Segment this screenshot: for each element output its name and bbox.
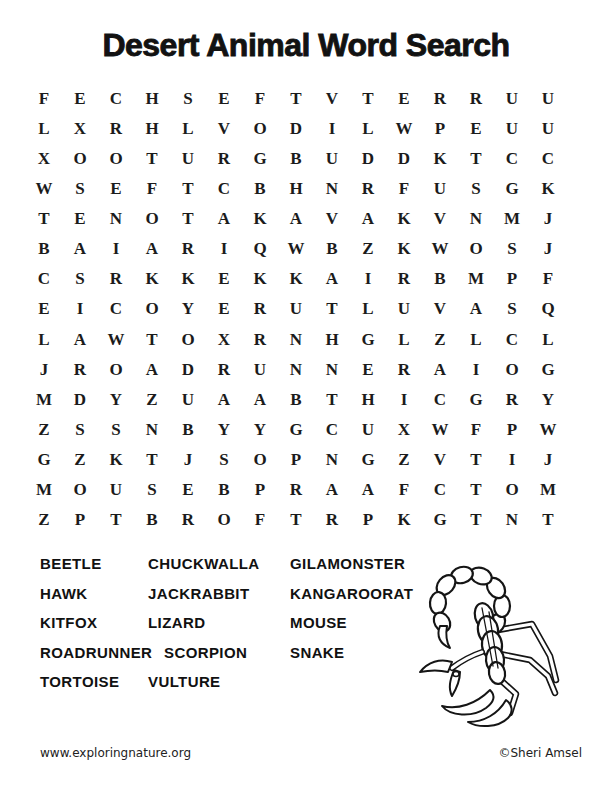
grid-cell: R <box>278 475 314 505</box>
grid-cell: N <box>314 354 350 384</box>
grid-cell: C <box>494 143 530 173</box>
grid-cell: U <box>530 83 566 113</box>
word-list-item: SCORPION <box>148 638 290 668</box>
grid-cell: K <box>98 445 134 475</box>
word-list-item: HAWK <box>40 579 148 609</box>
grid-cell: F <box>134 173 170 203</box>
grid-cell: M <box>26 384 62 414</box>
grid-cell: S <box>98 414 134 444</box>
grid-cell: V <box>422 294 458 324</box>
grid-cell: F <box>386 173 422 203</box>
grid-cell: L <box>26 113 62 143</box>
grid-cell: S <box>62 414 98 444</box>
grid-cell: N <box>278 324 314 354</box>
grid-cell: H <box>314 324 350 354</box>
grid-cell: M <box>26 475 62 505</box>
grid-cell: I <box>350 264 386 294</box>
grid-cell: H <box>134 113 170 143</box>
grid-cell: E <box>98 173 134 203</box>
grid-cell: C <box>422 475 458 505</box>
grid-cell: D <box>350 143 386 173</box>
grid-cell: C <box>422 384 458 414</box>
grid-cell: Y <box>170 294 206 324</box>
grid-cell: R <box>242 294 278 324</box>
grid-cell: U <box>422 173 458 203</box>
grid-cell: A <box>278 204 314 234</box>
grid-cell: C <box>494 324 530 354</box>
grid-cell: T <box>350 83 386 113</box>
grid-cell: A <box>242 384 278 414</box>
grid-cell: R <box>170 234 206 264</box>
grid-cell: R <box>242 324 278 354</box>
grid-cell: W <box>26 173 62 203</box>
word-list-item: JACKRABBIT <box>148 579 290 609</box>
grid-cell: T <box>134 324 170 354</box>
grid-cell: M <box>530 475 566 505</box>
grid-cell: U <box>494 83 530 113</box>
grid-cell: Z <box>422 324 458 354</box>
grid-cell: N <box>458 204 494 234</box>
grid-cell: P <box>494 264 530 294</box>
grid-cell: T <box>458 505 494 535</box>
grid-cell: V <box>314 204 350 234</box>
grid-cell: F <box>242 83 278 113</box>
grid-cell: W <box>386 113 422 143</box>
grid-cell: T <box>458 143 494 173</box>
grid-cell: U <box>350 414 386 444</box>
grid-cell: D <box>386 143 422 173</box>
grid-cell: P <box>494 414 530 444</box>
grid-cell: F <box>242 505 278 535</box>
grid-cell: C <box>314 414 350 444</box>
word-list-item: BEETLE <box>40 549 148 579</box>
grid-cell: O <box>134 294 170 324</box>
grid-cell: E <box>62 204 98 234</box>
grid-cell: G <box>242 143 278 173</box>
grid-cell: B <box>134 505 170 535</box>
grid-cell: R <box>206 143 242 173</box>
grid-cell: P <box>422 113 458 143</box>
grid-cell: G <box>350 324 386 354</box>
grid-cell: J <box>530 204 566 234</box>
grid-cell: O <box>62 143 98 173</box>
grid-cell: O <box>134 204 170 234</box>
grid-cell: T <box>458 445 494 475</box>
grid-cell: X <box>386 414 422 444</box>
grid-cell: V <box>422 445 458 475</box>
grid-cell: A <box>206 384 242 414</box>
grid-cell: Y <box>98 384 134 414</box>
grid-cell: Y <box>206 414 242 444</box>
grid-cell: M <box>494 204 530 234</box>
grid-cell: O <box>458 234 494 264</box>
grid-cell: K <box>242 264 278 294</box>
grid-cell: X <box>26 143 62 173</box>
grid-cell: U <box>494 113 530 143</box>
grid-cell: Z <box>134 384 170 414</box>
grid-cell: N <box>314 173 350 203</box>
grid-cell: A <box>62 234 98 264</box>
grid-cell: K <box>134 264 170 294</box>
grid-cell: S <box>134 475 170 505</box>
word-list: BEETLECHUCKWALLAGILAMONSTERHAWKJACKRABBI… <box>40 549 460 697</box>
grid-cell: I <box>62 294 98 324</box>
grid-cell: K <box>530 173 566 203</box>
grid-cell: N <box>494 505 530 535</box>
grid-cell: G <box>278 414 314 444</box>
grid-cell: S <box>62 264 98 294</box>
grid-cell: R <box>494 384 530 414</box>
grid-cell: L <box>350 294 386 324</box>
grid-cell: B <box>242 173 278 203</box>
grid-cell: L <box>530 324 566 354</box>
grid-cell: R <box>422 83 458 113</box>
grid-cell: T <box>170 204 206 234</box>
grid-cell: R <box>386 354 422 384</box>
grid-cell: W <box>422 234 458 264</box>
grid-cell: Q <box>242 234 278 264</box>
grid-cell: T <box>134 143 170 173</box>
grid-cell: U <box>314 143 350 173</box>
grid-cell: R <box>314 505 350 535</box>
grid-cell: C <box>206 173 242 203</box>
grid-cell: A <box>206 204 242 234</box>
grid-cell: S <box>458 173 494 203</box>
grid-cell: S <box>62 173 98 203</box>
grid-cell: U <box>386 294 422 324</box>
grid-cell: W <box>278 234 314 264</box>
grid-cell: Z <box>386 445 422 475</box>
grid-cell: V <box>206 113 242 143</box>
grid-cell: B <box>26 234 62 264</box>
grid-cell: U <box>278 294 314 324</box>
grid-cell: K <box>386 204 422 234</box>
grid-cell: I <box>458 354 494 384</box>
grid-cell: W <box>98 324 134 354</box>
website-url: www.exploringnature.org <box>40 746 191 760</box>
grid-cell: C <box>98 294 134 324</box>
grid-cell: K <box>170 264 206 294</box>
grid-cell: C <box>530 143 566 173</box>
grid-cell: F <box>530 264 566 294</box>
grid-cell: O <box>494 475 530 505</box>
grid-cell: T <box>458 475 494 505</box>
grid-cell: L <box>458 324 494 354</box>
grid-cell: W <box>422 414 458 444</box>
grid-cell: S <box>170 83 206 113</box>
grid-cell: U <box>242 354 278 384</box>
grid-cell: B <box>278 384 314 414</box>
grid-cell: E <box>206 264 242 294</box>
grid-cell: S <box>206 445 242 475</box>
grid-cell: T <box>278 83 314 113</box>
grid-cell: O <box>242 113 278 143</box>
grid-cell: J <box>530 445 566 475</box>
grid-cell: I <box>494 445 530 475</box>
page-title: Desert Animal Word Search <box>0 27 612 64</box>
grid-cell: Z <box>26 505 62 535</box>
grid-cell: Y <box>530 384 566 414</box>
grid-cell: A <box>314 264 350 294</box>
grid-cell: A <box>314 475 350 505</box>
grid-cell: Z <box>350 234 386 264</box>
grid-cell: G <box>350 445 386 475</box>
grid-cell: O <box>98 143 134 173</box>
grid-cell: E <box>26 294 62 324</box>
grid-cell: E <box>206 294 242 324</box>
grid-cell: B <box>170 414 206 444</box>
grid-cell: Z <box>62 445 98 475</box>
word-list-item: ROADRUNNER <box>40 638 148 668</box>
grid-cell: L <box>350 113 386 143</box>
grid-cell: U <box>170 143 206 173</box>
grid-cell: D <box>62 384 98 414</box>
worksheet-page: Desert Animal Word Search FECHSEFTVTERRU… <box>0 0 612 792</box>
grid-cell: S <box>494 234 530 264</box>
grid-cell: N <box>134 414 170 444</box>
grid-cell: B <box>314 234 350 264</box>
grid-cell: P <box>62 505 98 535</box>
copyright: ©Sheri Amsel <box>498 746 582 760</box>
grid-cell: B <box>206 475 242 505</box>
grid-cell: N <box>314 445 350 475</box>
grid-cell: K <box>242 204 278 234</box>
grid-cell: F <box>386 475 422 505</box>
grid-cell: T <box>278 505 314 535</box>
grid-cell: T <box>170 173 206 203</box>
grid-cell: K <box>386 234 422 264</box>
word-search-grid: FECHSEFTVTERRUULXRHLVODILWPEUUXOOTURGBUD… <box>26 83 566 535</box>
grid-cell: L <box>386 324 422 354</box>
grid-cell: V <box>314 83 350 113</box>
grid-cell: S <box>494 294 530 324</box>
grid-cell: K <box>386 505 422 535</box>
grid-cell: H <box>350 384 386 414</box>
grid-cell: T <box>314 384 350 414</box>
grid-cell: M <box>458 264 494 294</box>
grid-cell: A <box>350 475 386 505</box>
grid-cell: O <box>494 354 530 384</box>
grid-cell: E <box>458 113 494 143</box>
grid-cell: B <box>422 264 458 294</box>
grid-cell: R <box>98 264 134 294</box>
grid-cell: T <box>134 445 170 475</box>
grid-cell: A <box>458 294 494 324</box>
word-list-item: LIZARD <box>148 608 290 638</box>
grid-cell: C <box>98 83 134 113</box>
grid-cell: R <box>458 83 494 113</box>
grid-cell: R <box>62 354 98 384</box>
grid-cell: P <box>242 475 278 505</box>
grid-cell: I <box>98 234 134 264</box>
grid-cell: O <box>206 505 242 535</box>
grid-cell: F <box>26 83 62 113</box>
grid-cell: D <box>170 354 206 384</box>
grid-cell: O <box>98 354 134 384</box>
grid-cell: C <box>26 264 62 294</box>
grid-cell: T <box>26 204 62 234</box>
grid-cell: G <box>530 354 566 384</box>
word-list-item: KITFOX <box>40 608 148 638</box>
grid-cell: G <box>494 173 530 203</box>
grid-cell: B <box>278 143 314 173</box>
grid-cell: L <box>170 113 206 143</box>
word-list-item: TORTOISE <box>40 667 148 697</box>
scorpion-pincer <box>420 652 482 696</box>
grid-cell: R <box>98 113 134 143</box>
grid-cell: V <box>422 204 458 234</box>
grid-cell: N <box>98 204 134 234</box>
word-list-item: VULTURE <box>148 667 290 697</box>
grid-cell: A <box>422 354 458 384</box>
grid-cell: A <box>134 354 170 384</box>
grid-cell: R <box>386 264 422 294</box>
scorpion-illustration <box>410 556 575 728</box>
grid-cell: K <box>278 264 314 294</box>
grid-cell: X <box>206 324 242 354</box>
grid-cell: T <box>530 505 566 535</box>
grid-cell: G <box>422 505 458 535</box>
grid-cell: W <box>530 414 566 444</box>
grid-cell: R <box>206 354 242 384</box>
grid-cell: U <box>98 475 134 505</box>
grid-cell: U <box>530 113 566 143</box>
grid-cell: R <box>170 505 206 535</box>
grid-cell: T <box>314 294 350 324</box>
grid-cell: D <box>278 113 314 143</box>
grid-cell: A <box>62 324 98 354</box>
grid-cell: H <box>134 83 170 113</box>
grid-cell: E <box>386 83 422 113</box>
grid-cell: E <box>170 475 206 505</box>
grid-cell: O <box>242 445 278 475</box>
grid-cell: L <box>26 324 62 354</box>
grid-cell: J <box>26 354 62 384</box>
grid-cell: E <box>206 83 242 113</box>
grid-cell: E <box>350 354 386 384</box>
grid-cell: E <box>62 83 98 113</box>
grid-cell: O <box>62 475 98 505</box>
grid-cell: H <box>278 173 314 203</box>
grid-cell: G <box>458 384 494 414</box>
grid-cell: N <box>278 354 314 384</box>
grid-cell: Q <box>530 294 566 324</box>
grid-cell: X <box>62 113 98 143</box>
grid-cell: I <box>206 234 242 264</box>
grid-cell: J <box>530 234 566 264</box>
grid-cell: Y <box>242 414 278 444</box>
grid-cell: P <box>278 445 314 475</box>
word-list-item: CHUCKWALLA <box>148 549 290 579</box>
grid-cell: T <box>98 505 134 535</box>
grid-cell: I <box>314 113 350 143</box>
grid-cell: A <box>350 204 386 234</box>
grid-cell: G <box>26 445 62 475</box>
grid-cell: P <box>350 505 386 535</box>
grid-cell: K <box>422 143 458 173</box>
grid-cell: U <box>170 384 206 414</box>
grid-cell: J <box>170 445 206 475</box>
grid-cell: Z <box>26 414 62 444</box>
grid-cell: O <box>170 324 206 354</box>
grid-cell: I <box>386 384 422 414</box>
grid-cell: F <box>458 414 494 444</box>
grid-cell: R <box>350 173 386 203</box>
grid-cell: A <box>134 234 170 264</box>
